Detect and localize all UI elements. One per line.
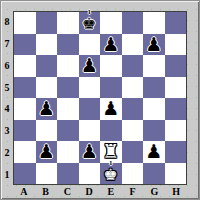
file-label-f: F — [122, 185, 144, 198]
square-e7[interactable]: ♟ — [100, 34, 122, 56]
square-f7[interactable] — [122, 34, 144, 56]
square-h4[interactable] — [165, 98, 187, 120]
file-label-e: E — [100, 185, 122, 198]
file-label-c: C — [57, 185, 79, 198]
square-f8[interactable] — [122, 12, 144, 34]
square-h2[interactable] — [165, 141, 187, 163]
chess-board[interactable]: ♚1♟♟♟♟♟♟♟♜♟♚1 — [13, 11, 187, 185]
square-c5[interactable] — [57, 77, 79, 99]
square-f5[interactable] — [122, 77, 144, 99]
square-a7[interactable] — [14, 34, 36, 56]
file-label-b: B — [35, 185, 57, 198]
square-b3[interactable] — [36, 120, 58, 142]
file-label-a: A — [13, 185, 35, 198]
black-pawn[interactable]: ♟ — [38, 141, 55, 162]
square-e5[interactable] — [100, 77, 122, 99]
file-label-h: H — [165, 185, 187, 198]
square-d3[interactable] — [79, 120, 101, 142]
rank-label-7: 7 — [1, 33, 13, 55]
square-g2[interactable]: ♟ — [143, 141, 165, 163]
square-d2[interactable]: ♟ — [79, 141, 101, 163]
rank-label-2: 2 — [1, 142, 13, 164]
black-pawn[interactable]: ♟ — [145, 141, 162, 162]
white-rook[interactable]: ♜ — [102, 141, 119, 162]
square-g3[interactable] — [143, 120, 165, 142]
square-a2[interactable] — [14, 141, 36, 163]
square-b1[interactable] — [36, 163, 58, 185]
square-c8[interactable] — [57, 12, 79, 34]
square-f2[interactable] — [122, 141, 144, 163]
square-c1[interactable] — [57, 163, 79, 185]
black-pawn[interactable]: ♟ — [38, 98, 55, 119]
square-c2[interactable] — [57, 141, 79, 163]
square-h7[interactable] — [165, 34, 187, 56]
square-c6[interactable] — [57, 55, 79, 77]
square-d8[interactable]: ♚1 — [79, 12, 101, 34]
square-e3[interactable] — [100, 120, 122, 142]
square-d6[interactable]: ♟ — [79, 55, 101, 77]
square-d4[interactable] — [79, 98, 101, 120]
square-g8[interactable] — [143, 12, 165, 34]
square-d1[interactable] — [79, 163, 101, 185]
square-b5[interactable] — [36, 77, 58, 99]
square-f3[interactable] — [122, 120, 144, 142]
square-g4[interactable] — [143, 98, 165, 120]
rank-label-1: 1 — [1, 163, 13, 185]
square-a6[interactable] — [14, 55, 36, 77]
black-pawn[interactable]: ♟ — [145, 34, 162, 55]
file-label-d: D — [78, 185, 100, 198]
square-f1[interactable] — [122, 163, 144, 185]
rank-labels: 87654321 — [1, 11, 13, 185]
square-b4[interactable]: ♟ — [36, 98, 58, 120]
square-g5[interactable] — [143, 77, 165, 99]
square-a8[interactable] — [14, 12, 36, 34]
square-f6[interactable] — [122, 55, 144, 77]
file-labels: ABCDEFGH — [13, 185, 187, 198]
square-c7[interactable] — [57, 34, 79, 56]
rank-label-4: 4 — [1, 98, 13, 120]
black-pawn[interactable]: ♟ — [81, 141, 98, 162]
square-e4[interactable]: ♟ — [100, 98, 122, 120]
square-b2[interactable]: ♟ — [36, 141, 58, 163]
square-h5[interactable] — [165, 77, 187, 99]
file-label-g: G — [144, 185, 166, 198]
square-a4[interactable] — [14, 98, 36, 120]
square-d7[interactable] — [79, 34, 101, 56]
square-e1[interactable]: ♚1 — [100, 163, 122, 185]
square-h3[interactable] — [165, 120, 187, 142]
square-g1[interactable] — [143, 163, 165, 185]
square-c3[interactable] — [57, 120, 79, 142]
square-f4[interactable] — [122, 98, 144, 120]
black-pawn[interactable]: ♟ — [81, 55, 98, 76]
square-b8[interactable] — [36, 12, 58, 34]
white-king[interactable]: ♚ — [104, 166, 118, 184]
square-e8[interactable] — [100, 12, 122, 34]
square-a5[interactable] — [14, 77, 36, 99]
rank-label-3: 3 — [1, 120, 13, 142]
square-g6[interactable] — [143, 55, 165, 77]
square-c4[interactable] — [57, 98, 79, 120]
square-h8[interactable] — [165, 12, 187, 34]
rank-label-6: 6 — [1, 55, 13, 77]
square-e2[interactable]: ♜ — [100, 141, 122, 163]
square-b6[interactable] — [36, 55, 58, 77]
chess-board-frame: 87654321 ♚1♟♟♟♟♟♟♟♜♟♚1 ABCDEFGH — [0, 0, 200, 200]
square-e6[interactable] — [100, 55, 122, 77]
black-king[interactable]: ♚ — [82, 15, 96, 33]
square-h1[interactable] — [165, 163, 187, 185]
square-a1[interactable] — [14, 163, 36, 185]
square-a3[interactable] — [14, 120, 36, 142]
black-pawn[interactable]: ♟ — [102, 98, 119, 119]
square-g7[interactable]: ♟ — [143, 34, 165, 56]
rank-label-5: 5 — [1, 76, 13, 98]
square-b7[interactable] — [36, 34, 58, 56]
square-d5[interactable] — [79, 77, 101, 99]
rank-label-8: 8 — [1, 11, 13, 33]
square-h6[interactable] — [165, 55, 187, 77]
black-pawn[interactable]: ♟ — [102, 34, 119, 55]
